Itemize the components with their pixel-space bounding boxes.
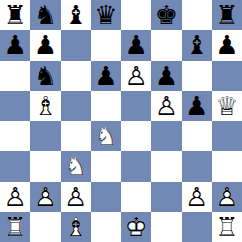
piece-white-pawn[interactable]: ♟♙ [121, 61, 151, 91]
square-b7[interactable]: ♟ [30, 30, 60, 60]
square-e2[interactable] [121, 182, 151, 212]
square-c7[interactable] [61, 30, 91, 60]
square-d2[interactable] [91, 182, 121, 212]
square-f2[interactable] [151, 182, 181, 212]
square-a4[interactable] [0, 121, 30, 151]
square-a8[interactable]: ♜ [0, 0, 30, 30]
square-g8[interactable] [182, 0, 212, 30]
square-h2[interactable]: ♟♙ [212, 182, 242, 212]
square-b6[interactable]: ♞ [30, 61, 60, 91]
piece-black-pawn[interactable]: ♟ [212, 30, 242, 60]
piece-white-bishop[interactable]: ♝♗ [61, 212, 91, 242]
piece-black-pawn[interactable]: ♟ [0, 30, 30, 60]
piece-black-king[interactable]: ♚ [151, 0, 181, 30]
square-e8[interactable] [121, 0, 151, 30]
square-c4[interactable] [61, 121, 91, 151]
square-f5[interactable]: ♟♙ [151, 91, 181, 121]
square-b1[interactable] [30, 212, 60, 242]
piece-black-bishop[interactable]: ♝ [182, 30, 212, 60]
square-a7[interactable]: ♟ [0, 30, 30, 60]
square-a1[interactable]: ♜♖ [0, 212, 30, 242]
square-b2[interactable]: ♟♙ [30, 182, 60, 212]
square-f6[interactable]: ♟ [151, 61, 181, 91]
square-a5[interactable] [0, 91, 30, 121]
square-d8[interactable]: ♛ [91, 0, 121, 30]
square-c6[interactable] [61, 61, 91, 91]
piece-white-knight[interactable]: ♞♘ [61, 151, 91, 181]
square-e7[interactable]: ♟ [121, 30, 151, 60]
square-f3[interactable] [151, 151, 181, 181]
square-g3[interactable] [182, 151, 212, 181]
piece-white-king[interactable]: ♚♔ [121, 212, 151, 242]
piece-black-pawn[interactable]: ♟ [121, 30, 151, 60]
square-d5[interactable] [91, 91, 121, 121]
piece-black-pawn[interactable]: ♟ [151, 61, 181, 91]
square-c8[interactable]: ♝ [61, 0, 91, 30]
square-e5[interactable] [121, 91, 151, 121]
square-g4[interactable] [182, 121, 212, 151]
piece-white-rook[interactable]: ♜♖ [212, 212, 242, 242]
square-d3[interactable] [91, 151, 121, 181]
square-b5[interactable]: ♝♗ [30, 91, 60, 121]
square-h1[interactable]: ♜♖ [212, 212, 242, 242]
piece-white-bishop[interactable]: ♝♗ [30, 91, 60, 121]
piece-white-pawn[interactable]: ♟♙ [61, 182, 91, 212]
square-h6[interactable] [212, 61, 242, 91]
piece-white-pawn[interactable]: ♟♙ [30, 182, 60, 212]
square-g1[interactable] [182, 212, 212, 242]
square-a2[interactable]: ♟♙ [0, 182, 30, 212]
piece-white-pawn[interactable]: ♟♙ [151, 91, 181, 121]
square-f7[interactable] [151, 30, 181, 60]
piece-white-rook[interactable]: ♜♖ [0, 212, 30, 242]
square-b3[interactable] [30, 151, 60, 181]
square-h7[interactable]: ♟ [212, 30, 242, 60]
square-g2[interactable]: ♟♙ [182, 182, 212, 212]
piece-black-rook[interactable]: ♜ [0, 0, 30, 30]
square-g5[interactable]: ♟ [182, 91, 212, 121]
piece-black-knight[interactable]: ♞ [30, 0, 60, 30]
square-g6[interactable] [182, 61, 212, 91]
piece-black-bishop[interactable]: ♝ [61, 0, 91, 30]
piece-black-pawn[interactable]: ♟ [91, 61, 121, 91]
square-h8[interactable]: ♜ [212, 0, 242, 30]
piece-black-knight[interactable]: ♞ [30, 61, 60, 91]
square-b8[interactable]: ♞ [30, 0, 60, 30]
square-e1[interactable]: ♚♔ [121, 212, 151, 242]
square-f4[interactable] [151, 121, 181, 151]
square-f1[interactable] [151, 212, 181, 242]
square-c5[interactable] [61, 91, 91, 121]
square-c3[interactable]: ♞♘ [61, 151, 91, 181]
piece-white-knight[interactable]: ♞♘ [91, 121, 121, 151]
square-d7[interactable] [91, 30, 121, 60]
square-h3[interactable] [212, 151, 242, 181]
square-e3[interactable] [121, 151, 151, 181]
square-d6[interactable]: ♟ [91, 61, 121, 91]
chess-board: ♜♞♝♛♚♜♟♟♟♝♟♞♟♟♙♟♝♗♟♙♟♛♕♞♘♞♘♟♙♟♙♟♙♟♙♟♙♜♖♝… [0, 0, 242, 242]
square-b4[interactable] [30, 121, 60, 151]
piece-black-pawn[interactable]: ♟ [182, 91, 212, 121]
piece-white-pawn[interactable]: ♟♙ [0, 182, 30, 212]
square-e6[interactable]: ♟♙ [121, 61, 151, 91]
square-d1[interactable] [91, 212, 121, 242]
piece-black-pawn[interactable]: ♟ [30, 30, 60, 60]
piece-black-rook[interactable]: ♜ [212, 0, 242, 30]
square-f8[interactable]: ♚ [151, 0, 181, 30]
piece-white-queen[interactable]: ♛♕ [212, 91, 242, 121]
piece-white-pawn[interactable]: ♟♙ [182, 182, 212, 212]
square-h4[interactable] [212, 121, 242, 151]
square-d4[interactable]: ♞♘ [91, 121, 121, 151]
square-e4[interactable] [121, 121, 151, 151]
square-c2[interactable]: ♟♙ [61, 182, 91, 212]
square-g7[interactable]: ♝ [182, 30, 212, 60]
square-a6[interactable] [0, 61, 30, 91]
piece-white-pawn[interactable]: ♟♙ [212, 182, 242, 212]
square-a3[interactable] [0, 151, 30, 181]
square-c1[interactable]: ♝♗ [61, 212, 91, 242]
square-h5[interactable]: ♛♕ [212, 91, 242, 121]
piece-black-queen[interactable]: ♛ [91, 0, 121, 30]
